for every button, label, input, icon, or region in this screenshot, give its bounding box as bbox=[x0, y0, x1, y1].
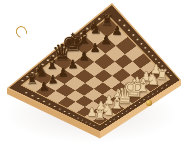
brass-clasp-button-icon bbox=[146, 100, 152, 106]
brass-clasp-hook-icon bbox=[14, 24, 30, 40]
chess-set-photo: ♜♞♝♛♚♝♞♜♟♟♟♟♟♟♟♟♟♟♟♟♟♟♟♟♜♞♝♛♚♝♞♜ bbox=[0, 0, 190, 147]
